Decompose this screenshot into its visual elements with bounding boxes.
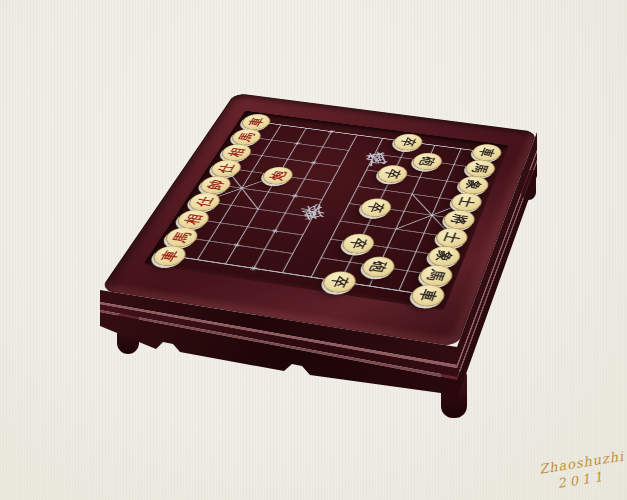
- piece-red-炮: 炮: [259, 165, 297, 186]
- painting-background: 楚河 漢界 車馬相仕帥仕相馬車炮車馬象士將士象馬車砲砲卒卒卒卒卒 Zhaoshu…: [0, 0, 627, 500]
- piece-black-砲: 砲: [359, 254, 399, 278]
- piece-black-卒: 卒: [391, 132, 426, 152]
- piece-black-卒: 卒: [375, 163, 411, 184]
- artist-signature: Zhaoshuzhi 2011: [538, 448, 627, 493]
- piece-black-卒: 卒: [358, 196, 396, 218]
- piece-black-砲: 砲: [410, 151, 445, 171]
- piece-black-卒: 卒: [339, 232, 378, 255]
